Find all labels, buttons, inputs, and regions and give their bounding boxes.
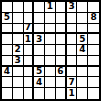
cell-r1c1[interactable] (2, 2, 13, 13)
given-digit: 5 (79, 35, 85, 44)
cell-r5c7[interactable] (67, 45, 78, 56)
cell-r2c3[interactable] (24, 13, 35, 24)
cell-r8c3[interactable] (24, 77, 35, 88)
cell-r4c8[interactable]: 5 (77, 34, 88, 45)
cell-r2c2[interactable] (13, 13, 24, 24)
cell-r3c8[interactable] (77, 24, 88, 35)
cell-r8c1[interactable] (2, 77, 13, 88)
cell-r2c6[interactable] (56, 13, 67, 24)
cell-r6c6[interactable] (56, 56, 67, 67)
cell-r1c8[interactable] (77, 2, 88, 13)
cell-r4c3[interactable]: 1 (24, 34, 35, 45)
given-digit: 1 (68, 89, 74, 98)
cell-r2c1[interactable]: 5 (2, 13, 13, 24)
cell-r7c3[interactable] (24, 67, 35, 78)
cell-r7c6[interactable]: 6 (56, 67, 67, 78)
cell-r8c7[interactable]: 7 (67, 77, 78, 88)
cell-r1c4[interactable] (34, 2, 45, 13)
cell-r8c8[interactable] (77, 77, 88, 88)
given-digit: 2 (15, 45, 21, 54)
given-digit: 6 (57, 67, 63, 76)
cell-r9c2[interactable] (13, 88, 24, 99)
cell-r6c1[interactable] (2, 56, 13, 67)
cell-r9c9[interactable] (88, 88, 99, 99)
cell-r3c2[interactable] (13, 24, 24, 35)
given-digit: 1 (25, 35, 31, 44)
cell-r3c4[interactable] (34, 24, 45, 35)
cell-r5c4[interactable] (34, 45, 45, 56)
cell-r7c9[interactable] (88, 67, 99, 78)
given-digit: 5 (4, 13, 10, 22)
cell-r4c9[interactable] (88, 34, 99, 45)
cell-r9c4[interactable] (34, 88, 45, 99)
cell-r9c7[interactable]: 1 (67, 88, 78, 99)
given-digit: 3 (68, 2, 74, 11)
given-digit: 3 (36, 35, 42, 44)
cell-r1c3[interactable] (24, 2, 35, 13)
cell-r5c6[interactable] (56, 45, 67, 56)
cell-r1c2[interactable] (13, 2, 24, 13)
cell-r4c4[interactable]: 3 (34, 34, 45, 45)
cell-r8c4[interactable]: 4 (34, 77, 45, 88)
cell-r1c6[interactable] (56, 2, 67, 13)
cell-r1c7[interactable]: 3 (67, 2, 78, 13)
cell-r9c1[interactable] (2, 88, 13, 99)
cell-r7c8[interactable] (77, 67, 88, 78)
cell-r6c2[interactable]: 3 (13, 56, 24, 67)
cell-r4c2[interactable] (13, 34, 24, 45)
cell-r8c2[interactable] (13, 77, 24, 88)
cell-r3c9[interactable] (88, 24, 99, 35)
cell-r4c5[interactable] (45, 34, 56, 45)
given-digit: 4 (36, 78, 42, 87)
given-digit: 4 (79, 45, 85, 54)
cell-r5c5[interactable] (45, 45, 56, 56)
given-digit: 4 (4, 67, 10, 76)
cell-r3c1[interactable] (2, 24, 13, 35)
cell-r6c8[interactable] (77, 56, 88, 67)
cell-r2c9[interactable]: 8 (88, 13, 99, 24)
cell-r6c5[interactable] (45, 56, 56, 67)
cell-r3c7[interactable] (67, 24, 78, 35)
cell-r4c6[interactable] (56, 34, 67, 45)
cell-r1c9[interactable] (88, 2, 99, 13)
cell-r9c5[interactable] (45, 88, 56, 99)
cell-r9c6[interactable] (56, 88, 67, 99)
given-digit: 5 (36, 67, 42, 76)
cell-r3c6[interactable] (56, 24, 67, 35)
cell-r7c5[interactable] (45, 67, 56, 78)
cell-r7c2[interactable] (13, 67, 24, 78)
cell-r2c8[interactable] (77, 13, 88, 24)
cell-r8c9[interactable] (88, 77, 99, 88)
cell-r2c4[interactable] (34, 13, 45, 24)
given-digit: 3 (15, 56, 21, 65)
cell-r9c3[interactable] (24, 88, 35, 99)
cell-r6c4[interactable] (34, 56, 45, 67)
given-digit: 8 (90, 13, 96, 22)
cell-r5c2[interactable]: 2 (13, 45, 24, 56)
cell-r7c4[interactable]: 5 (34, 67, 45, 78)
cell-r7c1[interactable]: 4 (2, 67, 13, 78)
cell-r3c5[interactable] (45, 24, 56, 35)
cell-r8c5[interactable] (45, 77, 56, 88)
cell-r7c7[interactable] (67, 67, 78, 78)
cell-r2c7[interactable] (67, 13, 78, 24)
cell-r4c1[interactable] (2, 34, 13, 45)
cell-r4c7[interactable] (67, 34, 78, 45)
cell-r6c3[interactable] (24, 56, 35, 67)
given-digit: 7 (68, 78, 74, 87)
cell-r6c7[interactable] (67, 56, 78, 67)
given-digit: 7 (25, 24, 31, 33)
cell-r6c9[interactable] (88, 56, 99, 67)
cell-r3c3[interactable]: 7 (24, 24, 35, 35)
cell-r5c9[interactable] (88, 45, 99, 56)
cell-r9c8[interactable] (77, 88, 88, 99)
cell-r5c8[interactable]: 4 (77, 45, 88, 56)
sudoku-board: 13587135243456471 (0, 0, 101, 101)
cell-r8c6[interactable] (56, 77, 67, 88)
cell-r2c5[interactable] (45, 13, 56, 24)
cell-r1c5[interactable]: 1 (45, 2, 56, 13)
cell-r5c1[interactable] (2, 45, 13, 56)
cell-r5c3[interactable] (24, 45, 35, 56)
given-digit: 1 (47, 2, 53, 11)
